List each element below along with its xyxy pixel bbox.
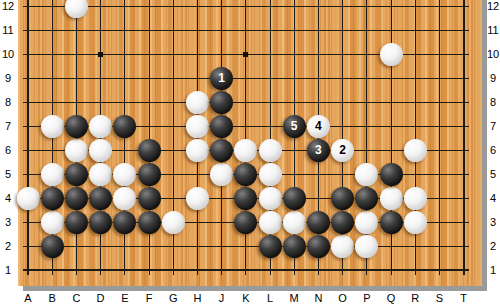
move-number-1: 1 — [210, 67, 233, 90]
col-label-R: R — [405, 291, 425, 305]
stone-black-F5 — [138, 163, 161, 186]
stone-white-Q4 — [380, 187, 403, 210]
col-label-N: N — [308, 291, 328, 305]
stone-black-Q5 — [380, 163, 403, 186]
grid-line-col-A — [27, 0, 29, 275]
stone-black-F3 — [138, 211, 161, 234]
grid-line-col-Q — [391, 0, 392, 275]
row-label-right-3: 3 — [486, 215, 500, 229]
col-label-C: C — [66, 291, 86, 305]
move-number-5: 5 — [283, 115, 306, 138]
star-point-K10 — [243, 52, 248, 57]
go-diagram: 42153ABCDEFGHJKLMNOPQRST1122334455667788… — [0, 0, 500, 308]
grid-line-col-S — [439, 0, 440, 275]
col-label-O: O — [333, 291, 353, 305]
stone-black-C4 — [65, 187, 88, 210]
stone-white-Q10 — [380, 43, 403, 66]
stone-white-N7: 4 — [307, 115, 330, 138]
stone-black-C5 — [65, 163, 88, 186]
stone-white-D5 — [89, 163, 112, 186]
row-label-right-6: 6 — [486, 143, 500, 157]
grid-line-col-G — [173, 0, 174, 275]
stone-white-P2 — [355, 235, 378, 258]
stone-white-M3 — [283, 211, 306, 234]
stone-white-L5 — [259, 163, 282, 186]
row-label-left-3: 3 — [0, 215, 16, 229]
col-label-S: S — [429, 291, 449, 305]
grid-line-col-B — [52, 0, 53, 275]
row-label-right-9: 9 — [486, 71, 500, 85]
stone-black-K3 — [234, 211, 257, 234]
col-label-A: A — [18, 291, 38, 305]
stone-black-C3 — [65, 211, 88, 234]
stone-black-F4 — [138, 187, 161, 210]
grid-line-col-N — [318, 0, 319, 275]
stone-black-D4 — [89, 187, 112, 210]
grid-line-col-M — [294, 0, 295, 275]
grid-line-col-R — [415, 0, 416, 275]
stone-black-K4 — [234, 187, 257, 210]
grid-line-col-E — [124, 0, 125, 275]
col-label-D: D — [91, 291, 111, 305]
stone-white-P3 — [355, 211, 378, 234]
col-label-T: T — [454, 291, 474, 305]
go-board: 42153ABCDEFGHJKLMNOPQRST1122334455667788… — [0, 0, 500, 308]
grid-line-col-P — [366, 0, 367, 275]
stone-black-N6: 3 — [307, 139, 330, 162]
row-label-left-9: 9 — [0, 71, 16, 85]
row-label-right-4: 4 — [486, 191, 500, 205]
col-label-M: M — [284, 291, 304, 305]
stone-black-E3 — [113, 211, 136, 234]
col-label-Q: Q — [381, 291, 401, 305]
stone-white-E5 — [113, 163, 136, 186]
move-number-3: 3 — [307, 139, 330, 162]
stone-white-A4 — [17, 187, 40, 210]
stone-white-H4 — [186, 187, 209, 210]
grid-line-col-O — [342, 0, 343, 275]
row-label-right-12: 12 — [486, 0, 500, 13]
row-label-left-8: 8 — [0, 95, 16, 109]
row-label-left-5: 5 — [0, 167, 16, 181]
stone-black-E7 — [113, 115, 136, 138]
row-label-left-12: 12 — [0, 0, 16, 13]
grid-line-col-J — [221, 0, 222, 275]
stone-black-O3 — [331, 211, 354, 234]
row-label-left-2: 2 — [0, 239, 16, 253]
grid-line-col-K — [245, 0, 246, 275]
grid-line-row-12 — [23, 6, 469, 7]
stone-white-R3 — [404, 211, 427, 234]
grid-line-row-1 — [23, 269, 469, 271]
stone-black-N3 — [307, 211, 330, 234]
stone-white-R6 — [404, 139, 427, 162]
row-label-left-1: 1 — [0, 263, 16, 277]
stone-black-J7 — [210, 115, 233, 138]
grid-line-row-8 — [23, 102, 469, 103]
stone-black-P4 — [355, 187, 378, 210]
stone-black-J6 — [210, 139, 233, 162]
stone-white-C12 — [65, 0, 88, 18]
stone-black-N2 — [307, 235, 330, 258]
stone-black-B2 — [41, 235, 64, 258]
grid-line-col-H — [197, 0, 198, 275]
col-label-K: K — [236, 291, 256, 305]
row-label-left-10: 10 — [0, 47, 16, 61]
stone-black-F6 — [138, 139, 161, 162]
stone-white-K6 — [234, 139, 257, 162]
grid-line-col-F — [149, 0, 150, 275]
stone-black-L2 — [259, 235, 282, 258]
row-label-right-2: 2 — [486, 239, 500, 253]
stone-black-M4 — [283, 187, 306, 210]
grid-line-col-T — [463, 0, 465, 275]
stone-black-M7: 5 — [283, 115, 306, 138]
stone-white-B5 — [41, 163, 64, 186]
stone-black-C7 — [65, 115, 88, 138]
stone-white-E4 — [113, 187, 136, 210]
stone-black-J8 — [210, 91, 233, 114]
row-label-left-7: 7 — [0, 119, 16, 133]
stone-black-Q3 — [380, 211, 403, 234]
row-label-left-4: 4 — [0, 191, 16, 205]
row-label-right-11: 11 — [486, 23, 500, 37]
row-label-right-1: 1 — [486, 263, 500, 277]
grid-line-row-11 — [23, 30, 469, 31]
stone-white-H8 — [186, 91, 209, 114]
grid-line-row-2 — [23, 246, 469, 247]
move-number-4: 4 — [307, 115, 330, 138]
col-label-F: F — [139, 291, 159, 305]
stone-white-B7 — [41, 115, 64, 138]
row-label-right-10: 10 — [486, 47, 500, 61]
col-label-E: E — [115, 291, 135, 305]
grid-line-col-C — [76, 0, 77, 275]
grid-line-col-L — [270, 0, 271, 275]
row-label-right-7: 7 — [486, 119, 500, 133]
grid-line-col-D — [100, 0, 101, 275]
stone-white-L3 — [259, 211, 282, 234]
row-label-right-5: 5 — [486, 167, 500, 181]
stone-white-L6 — [259, 139, 282, 162]
col-label-G: G — [163, 291, 183, 305]
stone-white-L4 — [259, 187, 282, 210]
col-label-H: H — [187, 291, 207, 305]
col-label-B: B — [42, 291, 62, 305]
stone-white-R4 — [404, 187, 427, 210]
row-label-left-6: 6 — [0, 143, 16, 157]
stone-black-O4 — [331, 187, 354, 210]
stone-white-H7 — [186, 115, 209, 138]
stone-black-J9: 1 — [210, 67, 233, 90]
stone-white-D7 — [89, 115, 112, 138]
stone-black-D3 — [89, 211, 112, 234]
stone-white-J5 — [210, 163, 233, 186]
grid-line-row-9 — [23, 78, 469, 79]
stone-white-D6 — [89, 139, 112, 162]
stone-black-B4 — [41, 187, 64, 210]
stone-black-M2 — [283, 235, 306, 258]
col-label-L: L — [260, 291, 280, 305]
star-point-D10 — [98, 52, 103, 57]
row-label-right-8: 8 — [486, 95, 500, 109]
col-label-P: P — [357, 291, 377, 305]
stone-white-O6: 2 — [331, 139, 354, 162]
stone-white-O2 — [331, 235, 354, 258]
stone-black-K5 — [234, 163, 257, 186]
stone-white-G3 — [162, 211, 185, 234]
stone-white-C6 — [65, 139, 88, 162]
stone-white-B3 — [41, 211, 64, 234]
row-label-left-11: 11 — [0, 23, 16, 37]
col-label-J: J — [212, 291, 232, 305]
move-number-2: 2 — [331, 139, 354, 162]
stone-white-P5 — [355, 163, 378, 186]
stone-white-H6 — [186, 139, 209, 162]
